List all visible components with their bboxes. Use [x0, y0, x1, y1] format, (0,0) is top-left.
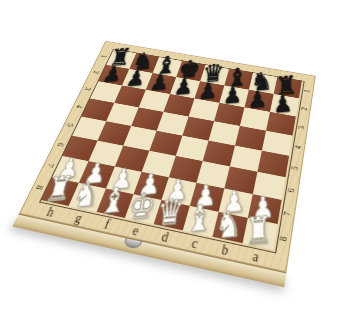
board-3d-wrap: 1♜♞♝♚♛♝♞♜12♟♟♟♟♟♟♟♟2334455667♟♟♟♟♟♟♟♟78♜… [13, 41, 316, 286]
latch-icon [123, 238, 142, 249]
photo-background: 1♜♞♝♚♛♝♞♜12♟♟♟♟♟♟♟♟2334455667♟♟♟♟♟♟♟♟78♜… [0, 0, 340, 312]
